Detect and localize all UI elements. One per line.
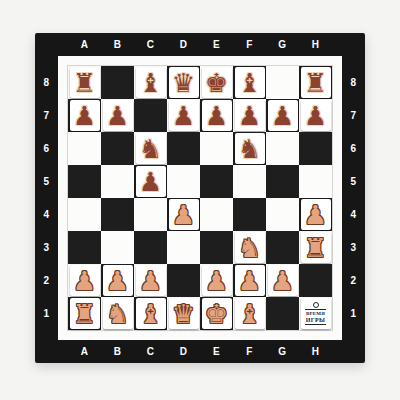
square-a4[interactable]: [68, 198, 101, 231]
rank-label-4: 4: [342, 198, 365, 231]
piece-white-pawn: ♟: [271, 268, 294, 294]
square-d1[interactable]: ♛: [167, 297, 200, 330]
piece-card[interactable]: ♛: [169, 67, 199, 98]
piece-card[interactable]: ♟: [169, 100, 199, 131]
piece-white-pawn: ♟: [73, 268, 96, 294]
piece-card[interactable]: ♞: [136, 133, 166, 164]
file-label-f: F: [233, 33, 266, 56]
square-b3[interactable]: [101, 231, 134, 264]
square-g7[interactable]: ♟: [266, 99, 299, 132]
piece-black-pawn: ♟: [238, 103, 261, 129]
file-label-h: H: [299, 340, 332, 363]
square-b8[interactable]: [101, 66, 134, 99]
piece-white-rook: ♜: [304, 235, 327, 261]
piece-white-bishop: ♝: [238, 301, 261, 327]
piece-black-knight: ♞: [139, 136, 162, 162]
square-f5[interactable]: [233, 165, 266, 198]
piece-card[interactable]: ♜: [70, 67, 100, 98]
piece-card[interactable]: ♟: [169, 199, 199, 230]
square-f4[interactable]: [233, 198, 266, 231]
square-b1[interactable]: ♞: [101, 297, 134, 330]
demonstration-chess-board: ABCDEFGH ABCDEFGH 87654321 87654321 ♜♝♛♚…: [35, 33, 365, 363]
square-c4[interactable]: [134, 198, 167, 231]
file-label-e: E: [200, 340, 233, 363]
square-c1[interactable]: ♝: [134, 297, 167, 330]
square-b2[interactable]: ♟: [101, 264, 134, 297]
brand-card-line1: ВРЕМЯ: [306, 311, 326, 317]
square-d8[interactable]: ♛: [167, 66, 200, 99]
piece-card[interactable]: ♟: [136, 166, 166, 197]
rank-label-8: 8: [35, 66, 58, 99]
piece-black-pawn: ♟: [172, 103, 195, 129]
piece-card[interactable]: ♝: [136, 67, 166, 98]
square-a2[interactable]: ♟: [68, 264, 101, 297]
rank-label-2: 2: [342, 264, 365, 297]
square-g3[interactable]: [266, 231, 299, 264]
piece-white-pawn: ♟: [238, 268, 261, 294]
piece-white-king: ♚: [205, 301, 228, 327]
square-f8[interactable]: ♝: [233, 66, 266, 99]
file-label-f: F: [233, 340, 266, 363]
square-f2[interactable]: ♟: [233, 264, 266, 297]
piece-card[interactable]: ♟: [235, 100, 265, 131]
square-e1[interactable]: ♚: [200, 297, 233, 330]
square-e4[interactable]: [200, 198, 233, 231]
rank-label-5: 5: [342, 165, 365, 198]
square-f6[interactable]: ♞: [233, 132, 266, 165]
piece-white-pawn: ♟: [106, 268, 129, 294]
piece-black-bishop: ♝: [139, 70, 162, 96]
piece-card[interactable]: ♟: [202, 265, 232, 296]
piece-card[interactable]: ♛: [169, 298, 199, 329]
piece-card[interactable]: ♜: [301, 67, 331, 98]
file-label-c: C: [134, 340, 167, 363]
square-a3[interactable]: [68, 231, 101, 264]
square-d3[interactable]: [167, 231, 200, 264]
piece-card[interactable]: ♜: [70, 298, 100, 329]
square-e7[interactable]: ♟: [200, 99, 233, 132]
piece-black-pawn: ♟: [73, 103, 96, 129]
file-labels-top: ABCDEFGH: [68, 33, 332, 56]
piece-card[interactable]: ♟: [301, 199, 331, 230]
piece-card[interactable]: ♜: [301, 232, 331, 263]
piece-black-pawn: ♟: [304, 103, 327, 129]
piece-white-queen: ♛: [172, 301, 195, 327]
piece-card[interactable]: ♟: [235, 265, 265, 296]
brand-card-vremya-igry: ВРЕМЯИГРЫ: [301, 298, 331, 329]
square-a8[interactable]: ♜: [68, 66, 101, 99]
square-b5[interactable]: [101, 165, 134, 198]
piece-card[interactable]: ♟: [268, 100, 298, 131]
rank-label-8: 8: [342, 66, 365, 99]
square-a5[interactable]: [68, 165, 101, 198]
rank-label-1: 1: [342, 297, 365, 330]
piece-black-pawn: ♟: [139, 169, 162, 195]
square-h7[interactable]: ♟: [299, 99, 332, 132]
square-a7[interactable]: ♟: [68, 99, 101, 132]
square-g8[interactable]: [266, 66, 299, 99]
square-h1[interactable]: ВРЕМЯИГРЫ: [299, 297, 332, 330]
brand-card-line2: ИГРЫ: [306, 317, 326, 324]
square-e3[interactable]: [200, 231, 233, 264]
piece-card[interactable]: ♞: [103, 298, 133, 329]
piece-white-knight: ♞: [106, 301, 129, 327]
square-d7[interactable]: ♟: [167, 99, 200, 132]
square-g2[interactable]: ♟: [266, 264, 299, 297]
rank-label-6: 6: [35, 132, 58, 165]
square-c7[interactable]: [134, 99, 167, 132]
file-label-g: G: [266, 33, 299, 56]
rank-label-3: 3: [342, 231, 365, 264]
rank-labels-right: 87654321: [342, 66, 365, 330]
piece-card[interactable]: ♝: [235, 67, 265, 98]
piece-card[interactable]: ♟: [136, 265, 166, 296]
piece-card[interactable]: ♝: [136, 298, 166, 329]
square-b4[interactable]: [101, 198, 134, 231]
piece-white-pawn: ♟: [205, 268, 228, 294]
square-h2[interactable]: [299, 264, 332, 297]
square-h4[interactable]: ♟: [299, 198, 332, 231]
square-d2[interactable]: [167, 264, 200, 297]
square-d4[interactable]: ♟: [167, 198, 200, 231]
file-label-b: B: [101, 33, 134, 56]
rank-label-7: 7: [35, 99, 58, 132]
file-labels-bottom: ABCDEFGH: [68, 340, 332, 363]
piece-card[interactable]: ♟: [103, 100, 133, 131]
piece-white-knight: ♞: [238, 235, 261, 261]
piece-white-pawn: ♟: [139, 268, 162, 294]
piece-white-pawn: ♟: [172, 202, 195, 228]
square-a6[interactable]: [68, 132, 101, 165]
square-e6[interactable]: [200, 132, 233, 165]
file-label-e: E: [200, 33, 233, 56]
piece-black-rook: ♜: [304, 70, 327, 96]
square-e2[interactable]: ♟: [200, 264, 233, 297]
square-g5[interactable]: [266, 165, 299, 198]
rank-label-5: 5: [35, 165, 58, 198]
square-e5[interactable]: [200, 165, 233, 198]
square-h3[interactable]: ♜: [299, 231, 332, 264]
piece-black-knight: ♞: [238, 136, 261, 162]
square-e8[interactable]: ♚: [200, 66, 233, 99]
square-c6[interactable]: ♞: [134, 132, 167, 165]
piece-white-pawn: ♟: [304, 202, 327, 228]
square-b6[interactable]: [101, 132, 134, 165]
square-c2[interactable]: ♟: [134, 264, 167, 297]
piece-black-rook: ♜: [73, 70, 96, 96]
rank-label-6: 6: [342, 132, 365, 165]
clock-icon: [313, 302, 319, 308]
piece-black-bishop: ♝: [238, 70, 261, 96]
piece-card[interactable]: ♚: [202, 67, 232, 98]
piece-card[interactable]: ♟: [70, 265, 100, 296]
file-label-d: D: [167, 340, 200, 363]
piece-black-queen: ♛: [172, 70, 195, 96]
piece-white-bishop: ♝: [139, 301, 162, 327]
piece-black-king: ♚: [205, 70, 228, 96]
square-c3[interactable]: [134, 231, 167, 264]
file-label-a: A: [68, 33, 101, 56]
piece-black-pawn: ♟: [106, 103, 129, 129]
piece-card[interactable]: ♞: [235, 232, 265, 263]
file-label-a: A: [68, 340, 101, 363]
square-b7[interactable]: ♟: [101, 99, 134, 132]
file-label-b: B: [101, 340, 134, 363]
square-c5[interactable]: ♟: [134, 165, 167, 198]
square-f7[interactable]: ♟: [233, 99, 266, 132]
piece-card[interactable]: ♟: [202, 100, 232, 131]
piece-card[interactable]: ♚: [202, 298, 232, 329]
square-h6[interactable]: [299, 132, 332, 165]
rank-label-2: 2: [35, 264, 58, 297]
square-a1[interactable]: ♜: [68, 297, 101, 330]
square-c8[interactable]: ♝: [134, 66, 167, 99]
square-g4[interactable]: [266, 198, 299, 231]
file-label-h: H: [299, 33, 332, 56]
file-label-c: C: [134, 33, 167, 56]
piece-card[interactable]: ♝: [235, 298, 265, 329]
rank-labels-left: 87654321: [35, 66, 58, 330]
piece-card[interactable]: ♟: [103, 265, 133, 296]
square-d6[interactable]: [167, 132, 200, 165]
rank-label-1: 1: [35, 297, 58, 330]
piece-black-pawn: ♟: [271, 103, 294, 129]
piece-card[interactable]: ♟: [70, 100, 100, 131]
square-h8[interactable]: ♜: [299, 66, 332, 99]
piece-card[interactable]: ♟: [301, 100, 331, 131]
square-f1[interactable]: ♝: [233, 297, 266, 330]
square-g6[interactable]: [266, 132, 299, 165]
square-f3[interactable]: ♞: [233, 231, 266, 264]
rank-label-7: 7: [342, 99, 365, 132]
file-label-g: G: [266, 340, 299, 363]
square-g1[interactable]: [266, 297, 299, 330]
piece-black-pawn: ♟: [205, 103, 228, 129]
file-label-d: D: [167, 33, 200, 56]
piece-card[interactable]: ♞: [235, 133, 265, 164]
rank-label-4: 4: [35, 198, 58, 231]
piece-white-rook: ♜: [73, 301, 96, 327]
square-d5[interactable]: [167, 165, 200, 198]
square-h5[interactable]: [299, 165, 332, 198]
board-grid: ♜♝♛♚♝♜♟♟♟♟♟♟♟♞♞♟♟♟♞♜♟♟♟♟♟♟♜♞♝♛♚♝ВРЕМЯИГР…: [68, 66, 332, 330]
rank-label-3: 3: [35, 231, 58, 264]
piece-card[interactable]: ♟: [268, 265, 298, 296]
